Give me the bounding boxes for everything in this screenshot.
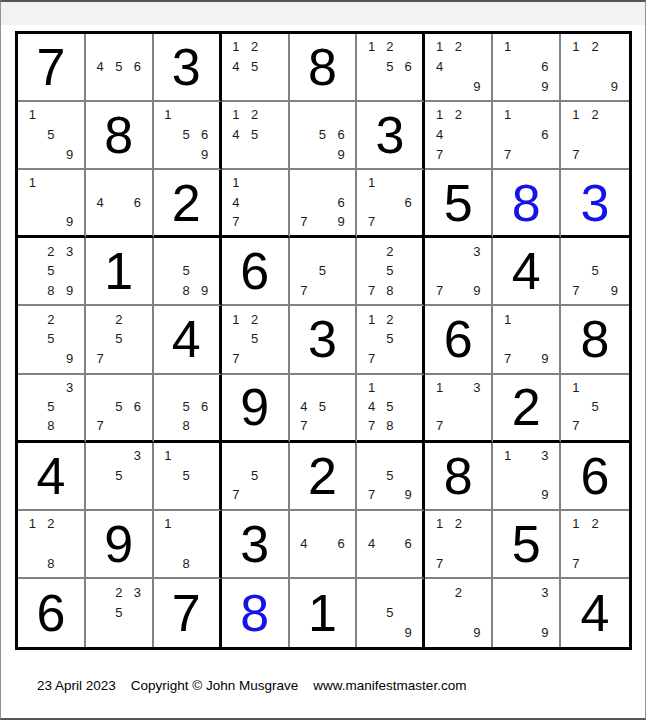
pencil-mark: 4 bbox=[91, 193, 110, 212]
copyright-label: Copyright © John Musgrave bbox=[131, 678, 299, 693]
cell-r1c6[interactable]: 1256 bbox=[357, 34, 425, 102]
cell-r9c6[interactable]: 59 bbox=[357, 579, 425, 647]
pencil-mark: 9 bbox=[535, 76, 554, 96]
cell-r4c2[interactable]: 1 bbox=[86, 238, 154, 306]
cell-r1c1[interactable]: 7 bbox=[18, 34, 86, 102]
cell-value: 4 bbox=[512, 245, 541, 297]
pencil-mark: 4 bbox=[362, 397, 380, 416]
pencil-marks: 358 bbox=[18, 375, 84, 440]
cell-r8c3[interactable]: 18 bbox=[154, 511, 222, 579]
cell-r3c3[interactable]: 2 bbox=[154, 170, 222, 238]
pencil-marks: 167 bbox=[493, 102, 559, 168]
cell-r7c7[interactable]: 8 bbox=[425, 443, 493, 511]
cell-value-blue: 3 bbox=[581, 177, 610, 229]
cell-r6c6[interactable]: 14578 bbox=[357, 375, 425, 443]
pencil-mark: 9 bbox=[332, 145, 351, 165]
pencil-mark: 4 bbox=[295, 397, 314, 416]
cell-r7c3[interactable]: 15 bbox=[154, 443, 222, 511]
pencil-mark: 5 bbox=[245, 465, 264, 485]
pencil-mark: 5 bbox=[381, 261, 399, 281]
pencil-mark: 7 bbox=[362, 416, 380, 435]
pencil-mark: 2 bbox=[449, 37, 468, 57]
cell-r2c9[interactable]: 127 bbox=[561, 102, 629, 170]
cell-r9c7[interactable]: 29 bbox=[425, 579, 493, 647]
cell-r3c9[interactable]: 3 bbox=[561, 170, 629, 238]
pencil-mark: 7 bbox=[430, 416, 449, 435]
pencil-mark: 8 bbox=[42, 281, 61, 301]
pencil-marks: 128 bbox=[18, 511, 84, 577]
cell-value: 1 bbox=[308, 587, 337, 639]
pencil-mark: 5 bbox=[110, 602, 129, 622]
pencil-marks: 139 bbox=[493, 443, 559, 509]
pencil-mark: 2 bbox=[110, 309, 129, 329]
cell-r9c2[interactable]: 235 bbox=[86, 579, 154, 647]
pencil-mark: 2 bbox=[449, 582, 468, 602]
pencil-mark: 7 bbox=[91, 416, 110, 435]
pencil-mark: 1 bbox=[566, 514, 585, 534]
cell-r5c7[interactable]: 6 bbox=[425, 306, 493, 374]
pencil-mark: 9 bbox=[60, 212, 79, 231]
pencil-mark: 7 bbox=[430, 553, 449, 573]
cell-r7c4[interactable]: 57 bbox=[222, 443, 290, 511]
pencil-mark: 9 bbox=[195, 145, 213, 165]
cell-r6c8[interactable]: 2 bbox=[493, 375, 561, 443]
pencil-mark: 4 bbox=[91, 57, 110, 77]
pencil-mark: 9 bbox=[60, 349, 79, 369]
pencil-marks: 1569 bbox=[154, 102, 219, 168]
pencil-marks: 567 bbox=[86, 375, 152, 440]
status-bar: 23 April 2023Copyright © John Musgraveww… bbox=[37, 678, 466, 693]
cell-r3c1[interactable]: 19 bbox=[18, 170, 86, 238]
pencil-mark: 3 bbox=[535, 582, 554, 602]
pencil-mark: 7 bbox=[566, 416, 585, 435]
pencil-mark: 6 bbox=[128, 57, 147, 77]
cell-r8c9[interactable]: 127 bbox=[561, 511, 629, 579]
pencil-mark: 3 bbox=[60, 241, 79, 261]
pencil-marks: 147 bbox=[222, 170, 288, 235]
pencil-marks: 679 bbox=[290, 170, 356, 235]
cell-r5c3[interactable]: 4 bbox=[154, 306, 222, 374]
cell-r8c5[interactable]: 46 bbox=[290, 511, 358, 579]
pencil-mark: 8 bbox=[381, 281, 399, 301]
pencil-marks: 2578 bbox=[357, 238, 422, 304]
cell-value: 9 bbox=[104, 518, 133, 570]
cell-r2c5[interactable]: 569 bbox=[290, 102, 358, 170]
cell-r6c3[interactable]: 568 bbox=[154, 375, 222, 443]
cell-r2c7[interactable]: 1247 bbox=[425, 102, 493, 170]
cell-r2c6[interactable]: 3 bbox=[357, 102, 425, 170]
pencil-marks: 235 bbox=[86, 579, 152, 647]
cell-r7c1[interactable]: 4 bbox=[18, 443, 86, 511]
cell-r6c4[interactable]: 9 bbox=[222, 375, 290, 443]
pencil-mark: 7 bbox=[566, 553, 585, 573]
pencil-mark: 9 bbox=[332, 212, 351, 231]
cell-value: 3 bbox=[240, 518, 269, 570]
pencil-marks: 1257 bbox=[222, 306, 288, 372]
pencil-mark: 5 bbox=[381, 329, 399, 349]
pencil-mark: 9 bbox=[535, 485, 554, 505]
app-window: 7456312458125612491691291598156912455693… bbox=[0, 0, 646, 720]
pencil-mark: 5 bbox=[177, 261, 195, 281]
cell-value: 5 bbox=[444, 177, 473, 229]
cell-value: 4 bbox=[172, 313, 201, 365]
pencil-mark: 5 bbox=[245, 329, 264, 349]
pencil-mark: 3 bbox=[535, 446, 554, 466]
pencil-mark: 9 bbox=[605, 76, 624, 96]
cell-r9c9[interactable]: 4 bbox=[561, 579, 629, 647]
pencil-mark: 9 bbox=[399, 485, 417, 505]
cell-value: 9 bbox=[240, 381, 269, 433]
pencil-mark: 4 bbox=[430, 125, 449, 145]
pencil-mark: 5 bbox=[110, 329, 129, 349]
pencil-mark: 3 bbox=[468, 241, 487, 261]
pencil-mark: 1 bbox=[498, 309, 517, 329]
cell-value: 6 bbox=[240, 245, 269, 297]
cell-r5c9[interactable]: 8 bbox=[561, 306, 629, 374]
pencil-mark: 1 bbox=[498, 37, 517, 57]
pencil-mark: 7 bbox=[227, 485, 246, 505]
cell-r7c5[interactable]: 2 bbox=[290, 443, 358, 511]
pencil-mark: 1 bbox=[23, 105, 42, 125]
pencil-marks: 127 bbox=[561, 102, 629, 168]
pencil-marks: 589 bbox=[154, 238, 219, 304]
pencil-marks: 1247 bbox=[425, 102, 491, 168]
pencil-mark: 6 bbox=[195, 125, 213, 145]
pencil-mark: 9 bbox=[468, 76, 487, 96]
cell-value: 4 bbox=[36, 450, 65, 502]
pencil-mark: 7 bbox=[362, 281, 380, 301]
pencil-mark: 9 bbox=[195, 281, 213, 301]
pencil-marks: 579 bbox=[561, 238, 629, 304]
pencil-mark: 1 bbox=[362, 309, 380, 329]
pencil-marks: 1245 bbox=[222, 34, 288, 100]
pencil-mark: 8 bbox=[177, 416, 195, 435]
cell-r5c5[interactable]: 3 bbox=[290, 306, 358, 374]
pencil-mark: 5 bbox=[585, 261, 604, 281]
cell-r4c1[interactable]: 23589 bbox=[18, 238, 86, 306]
cell-r7c2[interactable]: 35 bbox=[86, 443, 154, 511]
pencil-marks: 35 bbox=[86, 443, 152, 509]
pencil-mark: 2 bbox=[381, 241, 399, 261]
pencil-mark: 5 bbox=[177, 465, 195, 485]
pencil-mark: 6 bbox=[332, 125, 351, 145]
cell-r6c5[interactable]: 457 bbox=[290, 375, 358, 443]
cell-value-blue: 8 bbox=[240, 587, 269, 639]
pencil-mark: 5 bbox=[381, 397, 399, 416]
pencil-mark: 6 bbox=[128, 193, 147, 212]
pencil-mark: 7 bbox=[362, 485, 380, 505]
cell-r8c8[interactable]: 5 bbox=[493, 511, 561, 579]
pencil-mark: 7 bbox=[91, 349, 110, 369]
pencil-mark: 6 bbox=[332, 533, 351, 553]
pencil-mark: 6 bbox=[399, 193, 417, 212]
cell-r2c4[interactable]: 1245 bbox=[222, 102, 290, 170]
pencil-marks: 39 bbox=[493, 579, 559, 647]
cell-r1c4[interactable]: 1245 bbox=[222, 34, 290, 102]
cell-r8c2[interactable]: 9 bbox=[86, 511, 154, 579]
cell-r5c2[interactable]: 257 bbox=[86, 306, 154, 374]
pencil-mark: 1 bbox=[430, 37, 449, 57]
pencil-mark: 1 bbox=[362, 37, 380, 57]
pencil-mark: 7 bbox=[566, 281, 585, 301]
pencil-mark: 6 bbox=[535, 57, 554, 77]
pencil-mark: 1 bbox=[23, 514, 42, 534]
cell-r3c2[interactable]: 46 bbox=[86, 170, 154, 238]
cell-r3c6[interactable]: 167 bbox=[357, 170, 425, 238]
cell-r4c3[interactable]: 589 bbox=[154, 238, 222, 306]
pencil-mark: 1 bbox=[159, 446, 177, 466]
pencil-marks: 127 bbox=[561, 511, 629, 577]
pencil-marks: 19 bbox=[18, 170, 84, 235]
pencil-mark: 1 bbox=[159, 514, 177, 534]
pencil-mark: 7 bbox=[430, 281, 449, 301]
pencil-mark: 5 bbox=[381, 57, 399, 77]
cell-r1c3[interactable]: 3 bbox=[154, 34, 222, 102]
cell-value: 3 bbox=[308, 313, 337, 365]
cell-r4c8[interactable]: 4 bbox=[493, 238, 561, 306]
pencil-mark: 6 bbox=[399, 533, 417, 553]
pencil-mark: 2 bbox=[245, 309, 264, 329]
pencil-marks: 259 bbox=[18, 306, 84, 372]
sudoku-board: 7456312458125612491691291598156912455693… bbox=[15, 31, 632, 650]
cell-r2c8[interactable]: 167 bbox=[493, 102, 561, 170]
pencil-mark: 8 bbox=[42, 553, 61, 573]
cell-value: 6 bbox=[444, 313, 473, 365]
pencil-mark: 7 bbox=[362, 212, 380, 231]
pencil-marks: 568 bbox=[154, 375, 219, 440]
pencil-mark: 5 bbox=[381, 602, 399, 622]
pencil-marks: 46 bbox=[290, 511, 356, 577]
pencil-marks: 169 bbox=[493, 34, 559, 100]
cell-r8c7[interactable]: 127 bbox=[425, 511, 493, 579]
pencil-mark: 7 bbox=[362, 349, 380, 369]
pencil-marks: 57 bbox=[290, 238, 356, 304]
pencil-mark: 9 bbox=[605, 281, 624, 301]
pencil-mark: 5 bbox=[177, 125, 195, 145]
pencil-mark: 4 bbox=[430, 57, 449, 77]
cell-r5c6[interactable]: 1257 bbox=[357, 306, 425, 374]
pencil-mark: 7 bbox=[295, 212, 314, 231]
pencil-marks: 457 bbox=[290, 375, 356, 440]
cell-value: 6 bbox=[581, 450, 610, 502]
cell-r8c6[interactable]: 46 bbox=[357, 511, 425, 579]
pencil-mark: 4 bbox=[227, 125, 246, 145]
cell-value: 7 bbox=[36, 41, 65, 93]
pencil-mark: 1 bbox=[430, 514, 449, 534]
cell-r2c3[interactable]: 1569 bbox=[154, 102, 222, 170]
pencil-mark: 1 bbox=[498, 105, 517, 125]
cell-r3c5[interactable]: 679 bbox=[290, 170, 358, 238]
cell-r4c9[interactable]: 579 bbox=[561, 238, 629, 306]
cell-r4c5[interactable]: 57 bbox=[290, 238, 358, 306]
cell-r7c8[interactable]: 139 bbox=[493, 443, 561, 511]
pencil-mark: 2 bbox=[381, 37, 399, 57]
pencil-marks: 46 bbox=[86, 170, 152, 235]
pencil-mark: 5 bbox=[313, 261, 332, 281]
pencil-mark: 9 bbox=[535, 349, 554, 369]
pencil-mark: 5 bbox=[245, 57, 264, 77]
cell-r5c8[interactable]: 179 bbox=[493, 306, 561, 374]
pencil-marks: 159 bbox=[18, 102, 84, 168]
cell-r9c1[interactable]: 6 bbox=[18, 579, 86, 647]
pencil-marks: 1249 bbox=[425, 34, 491, 100]
pencil-marks: 46 bbox=[357, 511, 422, 577]
pencil-marks: 127 bbox=[425, 511, 491, 577]
cell-r6c9[interactable]: 157 bbox=[561, 375, 629, 443]
cell-r9c8[interactable]: 39 bbox=[493, 579, 561, 647]
cell-r3c7[interactable]: 5 bbox=[425, 170, 493, 238]
toolbar-strip bbox=[1, 2, 645, 25]
cell-value-blue: 8 bbox=[512, 177, 541, 229]
cell-value: 3 bbox=[375, 109, 404, 161]
cell-r4c6[interactable]: 2578 bbox=[357, 238, 425, 306]
pencil-marks: 59 bbox=[357, 579, 422, 647]
cell-r4c7[interactable]: 379 bbox=[425, 238, 493, 306]
pencil-mark: 5 bbox=[313, 397, 332, 416]
pencil-mark: 8 bbox=[42, 416, 61, 435]
pencil-mark: 6 bbox=[535, 125, 554, 145]
pencil-mark: 2 bbox=[585, 37, 604, 57]
cell-value: 3 bbox=[172, 41, 201, 93]
website-link[interactable]: www.manifestmaster.com bbox=[313, 678, 466, 693]
pencil-mark: 1 bbox=[23, 173, 42, 192]
cell-value: 8 bbox=[308, 41, 337, 93]
cell-r9c4[interactable]: 8 bbox=[222, 579, 290, 647]
pencil-mark: 7 bbox=[430, 145, 449, 165]
pencil-mark: 6 bbox=[128, 397, 147, 416]
pencil-mark: 5 bbox=[110, 465, 129, 485]
pencil-mark: 5 bbox=[110, 57, 129, 77]
pencil-mark: 3 bbox=[128, 582, 147, 602]
pencil-mark: 5 bbox=[42, 261, 61, 281]
cell-r1c8[interactable]: 169 bbox=[493, 34, 561, 102]
cell-r3c4[interactable]: 147 bbox=[222, 170, 290, 238]
cell-r4c4[interactable]: 6 bbox=[222, 238, 290, 306]
pencil-mark: 7 bbox=[295, 416, 314, 435]
pencil-marks: 57 bbox=[222, 443, 288, 509]
pencil-mark: 4 bbox=[295, 533, 314, 553]
cell-r5c1[interactable]: 259 bbox=[18, 306, 86, 374]
pencil-marks: 23589 bbox=[18, 238, 84, 304]
pencil-marks: 18 bbox=[154, 511, 219, 577]
pencil-mark: 2 bbox=[42, 514, 61, 534]
cell-r6c1[interactable]: 358 bbox=[18, 375, 86, 443]
pencil-marks: 167 bbox=[357, 170, 422, 235]
pencil-mark: 1 bbox=[362, 173, 380, 192]
pencil-mark: 3 bbox=[60, 378, 79, 397]
pencil-mark: 9 bbox=[60, 145, 79, 165]
pencil-mark: 1 bbox=[227, 309, 246, 329]
cell-r6c7[interactable]: 137 bbox=[425, 375, 493, 443]
pencil-mark: 2 bbox=[245, 37, 264, 57]
cell-r9c3[interactable]: 7 bbox=[154, 579, 222, 647]
cell-value: 8 bbox=[581, 313, 610, 365]
cell-r1c2[interactable]: 456 bbox=[86, 34, 154, 102]
pencil-mark: 1 bbox=[227, 105, 246, 125]
cell-r1c7[interactable]: 1249 bbox=[425, 34, 493, 102]
cell-value: 4 bbox=[581, 587, 610, 639]
pencil-marks: 15 bbox=[154, 443, 219, 509]
pencil-mark: 5 bbox=[313, 125, 332, 145]
pencil-mark: 2 bbox=[449, 514, 468, 534]
pencil-mark: 7 bbox=[295, 281, 314, 301]
pencil-marks: 1257 bbox=[357, 306, 422, 372]
pencil-mark: 1 bbox=[362, 378, 380, 397]
pencil-mark: 8 bbox=[177, 553, 195, 573]
pencil-mark: 5 bbox=[42, 125, 61, 145]
cell-r6c2[interactable]: 567 bbox=[86, 375, 154, 443]
pencil-mark: 5 bbox=[381, 465, 399, 485]
pencil-mark: 1 bbox=[227, 173, 246, 192]
pencil-mark: 5 bbox=[245, 125, 264, 145]
pencil-marks: 29 bbox=[425, 579, 491, 647]
pencil-marks: 14578 bbox=[357, 375, 422, 440]
pencil-mark: 7 bbox=[227, 212, 246, 231]
cell-value: 8 bbox=[104, 109, 133, 161]
pencil-mark: 8 bbox=[381, 416, 399, 435]
pencil-marks: 569 bbox=[290, 102, 356, 168]
cell-r9c5[interactable]: 1 bbox=[290, 579, 358, 647]
pencil-marks: 579 bbox=[357, 443, 422, 509]
pencil-marks: 1245 bbox=[222, 102, 288, 168]
pencil-mark: 1 bbox=[430, 378, 449, 397]
date-label: 23 April 2023 bbox=[37, 678, 116, 693]
pencil-mark: 1 bbox=[566, 378, 585, 397]
cell-r7c9[interactable]: 6 bbox=[561, 443, 629, 511]
pencil-mark: 5 bbox=[42, 397, 61, 416]
pencil-mark: 1 bbox=[227, 37, 246, 57]
cell-r2c2[interactable]: 8 bbox=[86, 102, 154, 170]
cell-value: 2 bbox=[512, 381, 541, 433]
cell-value: 5 bbox=[512, 518, 541, 570]
cell-value: 6 bbox=[36, 587, 65, 639]
pencil-mark: 9 bbox=[468, 623, 487, 643]
cell-value: 2 bbox=[172, 177, 201, 229]
pencil-mark: 1 bbox=[566, 105, 585, 125]
pencil-mark: 7 bbox=[566, 145, 585, 165]
cell-r1c9[interactable]: 129 bbox=[561, 34, 629, 102]
pencil-mark: 7 bbox=[498, 349, 517, 369]
pencil-mark: 4 bbox=[227, 193, 246, 212]
cell-r7c6[interactable]: 579 bbox=[357, 443, 425, 511]
cell-r5c4[interactable]: 1257 bbox=[222, 306, 290, 374]
pencil-mark: 2 bbox=[585, 514, 604, 534]
cell-value: 8 bbox=[444, 450, 473, 502]
pencil-mark: 3 bbox=[468, 378, 487, 397]
cell-r1c5[interactable]: 8 bbox=[290, 34, 358, 102]
pencil-mark: 3 bbox=[128, 446, 147, 466]
pencil-mark: 4 bbox=[362, 533, 380, 553]
pencil-mark: 5 bbox=[177, 397, 195, 416]
pencil-marks: 157 bbox=[561, 375, 629, 440]
pencil-marks: 129 bbox=[561, 34, 629, 100]
pencil-mark: 9 bbox=[399, 623, 417, 643]
cell-r2c1[interactable]: 159 bbox=[18, 102, 86, 170]
cell-r8c4[interactable]: 3 bbox=[222, 511, 290, 579]
pencil-marks: 137 bbox=[425, 375, 491, 440]
pencil-mark: 2 bbox=[42, 309, 61, 329]
pencil-mark: 8 bbox=[177, 281, 195, 301]
pencil-mark: 7 bbox=[227, 349, 246, 369]
cell-r8c1[interactable]: 128 bbox=[18, 511, 86, 579]
pencil-marks: 257 bbox=[86, 306, 152, 372]
pencil-mark: 7 bbox=[498, 145, 517, 165]
pencil-mark: 2 bbox=[110, 582, 129, 602]
cell-r3c8[interactable]: 8 bbox=[493, 170, 561, 238]
pencil-mark: 2 bbox=[381, 309, 399, 329]
pencil-marks: 456 bbox=[86, 34, 152, 100]
cell-value: 2 bbox=[308, 450, 337, 502]
